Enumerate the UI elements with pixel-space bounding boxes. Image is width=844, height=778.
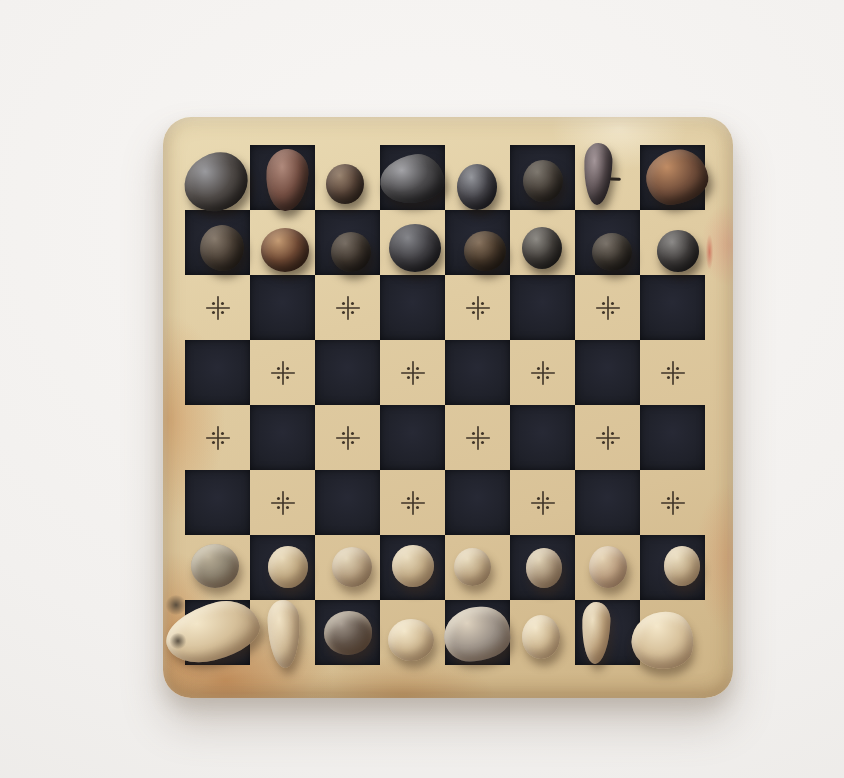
piece-white-rook-h1[interactable] [626, 605, 699, 675]
piece-black-pawn-a7[interactable] [197, 222, 246, 272]
piece-black-pawn-h7[interactable] [657, 230, 699, 272]
piece-black-rook-h8[interactable] [642, 145, 711, 207]
piece-white-pawn-h2[interactable] [664, 546, 700, 586]
piece-black-bishop-f8[interactable] [523, 160, 563, 202]
piece-black-king-e8[interactable] [457, 164, 497, 210]
piece-white-pawn-b2[interactable] [268, 546, 308, 588]
piece-black-bishop-c8[interactable] [326, 164, 364, 204]
piece-spur [609, 177, 620, 180]
piece-white-rook-a1[interactable] [160, 593, 266, 670]
piece-black-knight-g8[interactable] [582, 142, 612, 205]
piece-white-pawn-g2[interactable] [589, 546, 627, 588]
piece-white-pawn-e2[interactable] [454, 548, 491, 586]
piece-black-pawn-c7[interactable] [331, 232, 371, 272]
piece-black-pawn-f7[interactable] [522, 227, 562, 269]
piece-black-rook-a8[interactable] [179, 147, 252, 215]
rust-stain [165, 595, 187, 615]
piece-black-pawn-e7[interactable] [464, 231, 506, 271]
piece-white-pawn-c2[interactable] [332, 547, 372, 587]
piece-white-queen-d1[interactable] [388, 619, 434, 661]
piece-white-pawn-f2[interactable] [526, 548, 562, 588]
piece-white-king-e1[interactable] [442, 604, 512, 662]
piece-white-pawn-a2[interactable] [191, 544, 239, 588]
piece-white-knight-g1[interactable] [580, 601, 610, 664]
piece-white-pawn-d2[interactable] [392, 545, 434, 587]
piece-white-bishop-c1[interactable] [324, 611, 372, 655]
piece-black-queen-d8[interactable] [376, 150, 446, 206]
piece-black-knight-b8[interactable] [263, 147, 309, 212]
red-paint-stain [706, 235, 713, 269]
piece-white-knight-b1[interactable] [266, 599, 300, 668]
piece-black-pawn-b7[interactable] [261, 228, 309, 272]
piece-white-bishop-f1[interactable] [522, 615, 560, 659]
pieces-layer [185, 145, 705, 665]
piece-black-pawn-d7[interactable] [389, 224, 441, 272]
chess-board [163, 117, 733, 698]
piece-black-pawn-g7[interactable] [592, 233, 632, 271]
